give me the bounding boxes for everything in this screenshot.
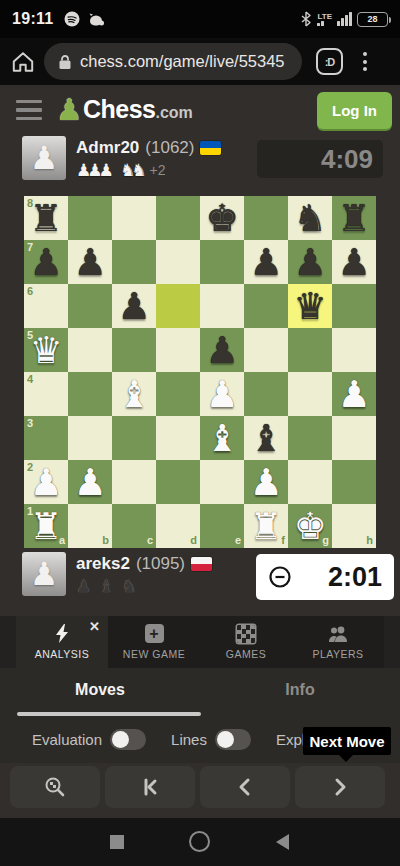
square-f1[interactable]: f♜ <box>244 504 288 548</box>
square-g5[interactable] <box>288 328 332 372</box>
black-k-e8[interactable]: ♚ <box>200 196 244 240</box>
black-p-a7[interactable]: ♟ <box>24 240 68 284</box>
square-f4[interactable] <box>244 372 288 416</box>
square-c8[interactable] <box>112 196 156 240</box>
lines-toggle-group: Lines <box>171 729 251 750</box>
square-h5[interactable] <box>332 328 376 372</box>
white-p-e4[interactable]: ♟ <box>200 372 244 416</box>
white-r-a1[interactable]: ♜ <box>24 504 68 548</box>
status-right-icons: LTE 28 <box>300 11 388 27</box>
rank-label-4: 4 <box>27 374 33 385</box>
square-g2[interactable] <box>288 460 332 504</box>
square-a3[interactable]: 3 <box>24 416 68 460</box>
logo-text: Chess <box>83 95 156 124</box>
square-d8[interactable] <box>156 196 200 240</box>
black-p-h7[interactable]: ♟ <box>332 240 376 284</box>
square-a8[interactable]: 8♜ <box>24 196 68 240</box>
app-icon <box>88 11 106 27</box>
square-c1[interactable]: c <box>112 504 156 548</box>
plus-square-icon: + <box>145 624 164 643</box>
tab-switcher-button[interactable]: :D <box>316 48 343 75</box>
signal-bars-icon <box>337 12 352 26</box>
white-p-h4[interactable]: ♟ <box>332 372 376 416</box>
close-icon[interactable]: ✕ <box>89 620 100 633</box>
player-top-name[interactable]: Admr20 <box>76 138 139 158</box>
url-text: chess.com/game/live/55345 <box>80 52 285 71</box>
square-h3[interactable] <box>332 416 376 460</box>
battery-icon: 28 <box>357 12 388 27</box>
avatar-bottom[interactable]: ♟ <box>22 552 66 596</box>
black-b-f3[interactable]: ♝ <box>244 416 288 460</box>
white-r-f1[interactable]: ♜ <box>244 504 288 548</box>
chesscom-logo[interactable]: ♟ Chess .com <box>56 95 193 125</box>
clock-bottom: 2:01 <box>256 554 394 600</box>
black-p-g7[interactable]: ♟ <box>288 240 332 284</box>
evaluation-toggle[interactable] <box>110 729 146 750</box>
square-d5[interactable] <box>156 328 200 372</box>
material-advantage: +2 <box>150 162 166 178</box>
tab-players[interactable]: PLAYERS <box>292 616 384 668</box>
square-b6[interactable] <box>68 284 112 328</box>
square-c4[interactable]: ♝ <box>112 372 156 416</box>
square-d1[interactable]: d <box>156 504 200 548</box>
clock-top: 4:09 <box>257 140 383 178</box>
magnifier-board-icon <box>43 775 67 799</box>
white-b-e3[interactable]: ♝ <box>200 416 244 460</box>
square-b3[interactable] <box>68 416 112 460</box>
avatar-pawn-icon: ♟ <box>30 142 59 174</box>
phone-screen: 19:11 LTE 28 chess.com/game/live/55345 :… <box>0 0 400 866</box>
square-b1[interactable]: b <box>68 504 112 548</box>
back-button[interactable] <box>276 834 289 850</box>
tab-strip: ✕ ANALYSIS + NEW GAME GAMES PLAYERS <box>0 616 400 668</box>
square-d3[interactable] <box>156 416 200 460</box>
android-navbar <box>0 818 400 866</box>
square-g3[interactable] <box>288 416 332 460</box>
black-p-b7[interactable]: ♟ <box>68 240 112 284</box>
white-p-f2[interactable]: ♟ <box>244 460 288 504</box>
captured-pieces-top: ♟♟♟ ♞♞ <box>76 160 143 180</box>
square-h7[interactable]: ♟ <box>332 240 376 284</box>
bluetooth-icon <box>300 11 312 27</box>
white-k-g1[interactable]: ♚ <box>288 504 332 548</box>
black-r-h8[interactable]: ♜ <box>332 196 376 240</box>
file-label-c: c <box>147 535 153 546</box>
file-label-d: d <box>190 535 197 546</box>
analysis-search-button[interactable] <box>10 766 100 808</box>
square-b7[interactable]: ♟ <box>68 240 112 284</box>
home-icon[interactable] <box>10 49 36 75</box>
avatar-top[interactable]: ♟ <box>22 136 66 180</box>
square-e3[interactable]: ♝ <box>200 416 244 460</box>
chess-board[interactable]: 8♜♚♞♜7♟♟♟♟♟6♟♛5♛♟4♝♟♟3♝♝2♟♟♟1a♜bcdef♜g♚h <box>24 196 376 548</box>
square-d4[interactable] <box>156 372 200 416</box>
lte-indicator: LTE <box>317 13 332 26</box>
spotify-icon <box>64 11 80 27</box>
avatar-pawn-icon: ♟ <box>30 558 59 590</box>
square-f6[interactable] <box>244 284 288 328</box>
evaluation-toggle-group: Evaluation <box>32 729 146 750</box>
tab-games[interactable]: GAMES <box>200 616 292 668</box>
captured-pieces-bottom: ♟ ♝ ♞ <box>76 576 138 596</box>
subtab-info[interactable]: Info <box>200 668 400 712</box>
square-e7[interactable] <box>200 240 244 284</box>
square-e8[interactable]: ♚ <box>200 196 244 240</box>
minus-circle-icon <box>268 565 292 589</box>
rank-label-6: 6 <box>27 286 33 297</box>
browser-menu-button[interactable] <box>359 48 371 75</box>
square-a2[interactable]: 2♟ <box>24 460 68 504</box>
square-b4[interactable] <box>68 372 112 416</box>
black-p-c6[interactable]: ♟ <box>112 284 156 328</box>
square-h4[interactable]: ♟ <box>332 372 376 416</box>
rank-label-3: 3 <box>27 418 33 429</box>
logo-pawn-icon: ♟ <box>56 95 83 125</box>
ukraine-flag-icon <box>200 141 221 155</box>
tab-analysis[interactable]: ✕ ANALYSIS <box>16 616 108 668</box>
square-c6[interactable]: ♟ <box>112 284 156 328</box>
hamburger-menu-icon[interactable] <box>8 94 50 127</box>
square-a1[interactable]: 1a♜ <box>24 504 68 548</box>
square-h1[interactable]: h <box>332 504 376 548</box>
square-b5[interactable] <box>68 328 112 372</box>
players-icon <box>327 625 349 643</box>
white-b-c4[interactable]: ♝ <box>112 372 156 416</box>
square-f7[interactable]: ♟ <box>244 240 288 284</box>
square-a6[interactable]: 6 <box>24 284 68 328</box>
file-label-b: b <box>102 535 109 546</box>
square-g6[interactable]: ♛ <box>288 284 332 328</box>
square-g4[interactable] <box>288 372 332 416</box>
square-a7[interactable]: 7♟ <box>24 240 68 284</box>
status-clock: 19:11 <box>12 10 54 28</box>
site-header: ♟ Chess .com Log In <box>0 85 400 135</box>
square-h2[interactable] <box>332 460 376 504</box>
square-h8[interactable]: ♜ <box>332 196 376 240</box>
square-e4[interactable]: ♟ <box>200 372 244 416</box>
status-bar: 19:11 LTE 28 <box>0 0 400 38</box>
file-label-h: h <box>366 535 373 546</box>
square-c7[interactable] <box>112 240 156 284</box>
square-g8[interactable]: ♞ <box>288 196 332 240</box>
square-a4[interactable]: 4 <box>24 372 68 416</box>
black-n-g8[interactable]: ♞ <box>288 196 332 240</box>
player-top-row: ♟ Admr20 (1062) ♟♟♟ ♞♞ +2 4:09 <box>0 136 400 196</box>
skip-start-icon <box>138 775 162 799</box>
skip-to-start-button[interactable] <box>105 766 195 808</box>
square-h6[interactable] <box>332 284 376 328</box>
player-bottom-rating: (1095) <box>136 554 185 574</box>
poland-flag-icon <box>191 557 212 571</box>
square-d2[interactable] <box>156 460 200 504</box>
black-r-a8[interactable]: ♜ <box>24 196 68 240</box>
square-f5[interactable] <box>244 328 288 372</box>
logo-suffix: .com <box>155 104 192 122</box>
white-q-a5[interactable]: ♛ <box>24 328 68 372</box>
active-subtab-underline <box>17 712 201 716</box>
white-p-b2[interactable]: ♟ <box>68 460 112 504</box>
black-p-e5[interactable]: ♟ <box>200 328 244 372</box>
square-e5[interactable]: ♟ <box>200 328 244 372</box>
home-button[interactable] <box>189 831 210 852</box>
square-g7[interactable]: ♟ <box>288 240 332 284</box>
square-b8[interactable] <box>68 196 112 240</box>
address-bar[interactable]: chess.com/game/live/55345 <box>44 43 302 80</box>
file-label-e: e <box>235 535 241 546</box>
white-p-a2[interactable]: ♟ <box>24 460 68 504</box>
square-c5[interactable] <box>112 328 156 372</box>
next-move-button[interactable] <box>295 766 385 808</box>
player-bottom-name[interactable]: areks2 <box>76 554 130 574</box>
square-d6[interactable] <box>156 284 200 328</box>
lines-toggle[interactable] <box>215 729 251 750</box>
lock-icon <box>58 54 72 70</box>
subtab-moves[interactable]: Moves <box>0 668 200 712</box>
chevron-right-icon <box>328 775 352 799</box>
login-button[interactable]: Log In <box>317 92 392 129</box>
player-bottom-row: ♟ areks2 (1095) ♟ ♝ ♞ 2:01 <box>0 552 400 612</box>
square-a5[interactable]: 5♛ <box>24 328 68 372</box>
chevron-left-icon <box>233 775 257 799</box>
player-top-rating: (1062) <box>145 138 194 158</box>
black-p-f7[interactable]: ♟ <box>244 240 288 284</box>
checkerboard-icon <box>237 625 255 643</box>
square-f2[interactable]: ♟ <box>244 460 288 504</box>
black-q-g6[interactable]: ♛ <box>288 284 332 328</box>
previous-move-button[interactable] <box>200 766 290 808</box>
browser-bar: chess.com/game/live/55345 :D <box>0 38 400 85</box>
square-e2[interactable] <box>200 460 244 504</box>
tab-new-game[interactable]: + NEW GAME <box>108 616 200 668</box>
notification-icons <box>64 11 106 27</box>
recents-button[interactable] <box>110 835 124 849</box>
subtabs: Moves Info <box>0 668 400 712</box>
move-controls <box>0 764 400 818</box>
square-e6[interactable] <box>200 284 244 328</box>
square-b2[interactable]: ♟ <box>68 460 112 504</box>
square-f3[interactable]: ♝ <box>244 416 288 460</box>
square-g1[interactable]: g♚ <box>288 504 332 548</box>
square-c3[interactable] <box>112 416 156 460</box>
lightning-icon <box>55 624 69 643</box>
square-f8[interactable] <box>244 196 288 240</box>
next-move-tooltip: Next Move <box>303 727 391 755</box>
square-c2[interactable] <box>112 460 156 504</box>
square-d7[interactable] <box>156 240 200 284</box>
square-e1[interactable]: e <box>200 504 244 548</box>
